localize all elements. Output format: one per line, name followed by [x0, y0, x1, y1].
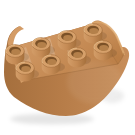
drop-shadow	[10, 114, 94, 125]
product-image	[0, 0, 135, 135]
duplo-brick-illustration	[0, 0, 135, 135]
